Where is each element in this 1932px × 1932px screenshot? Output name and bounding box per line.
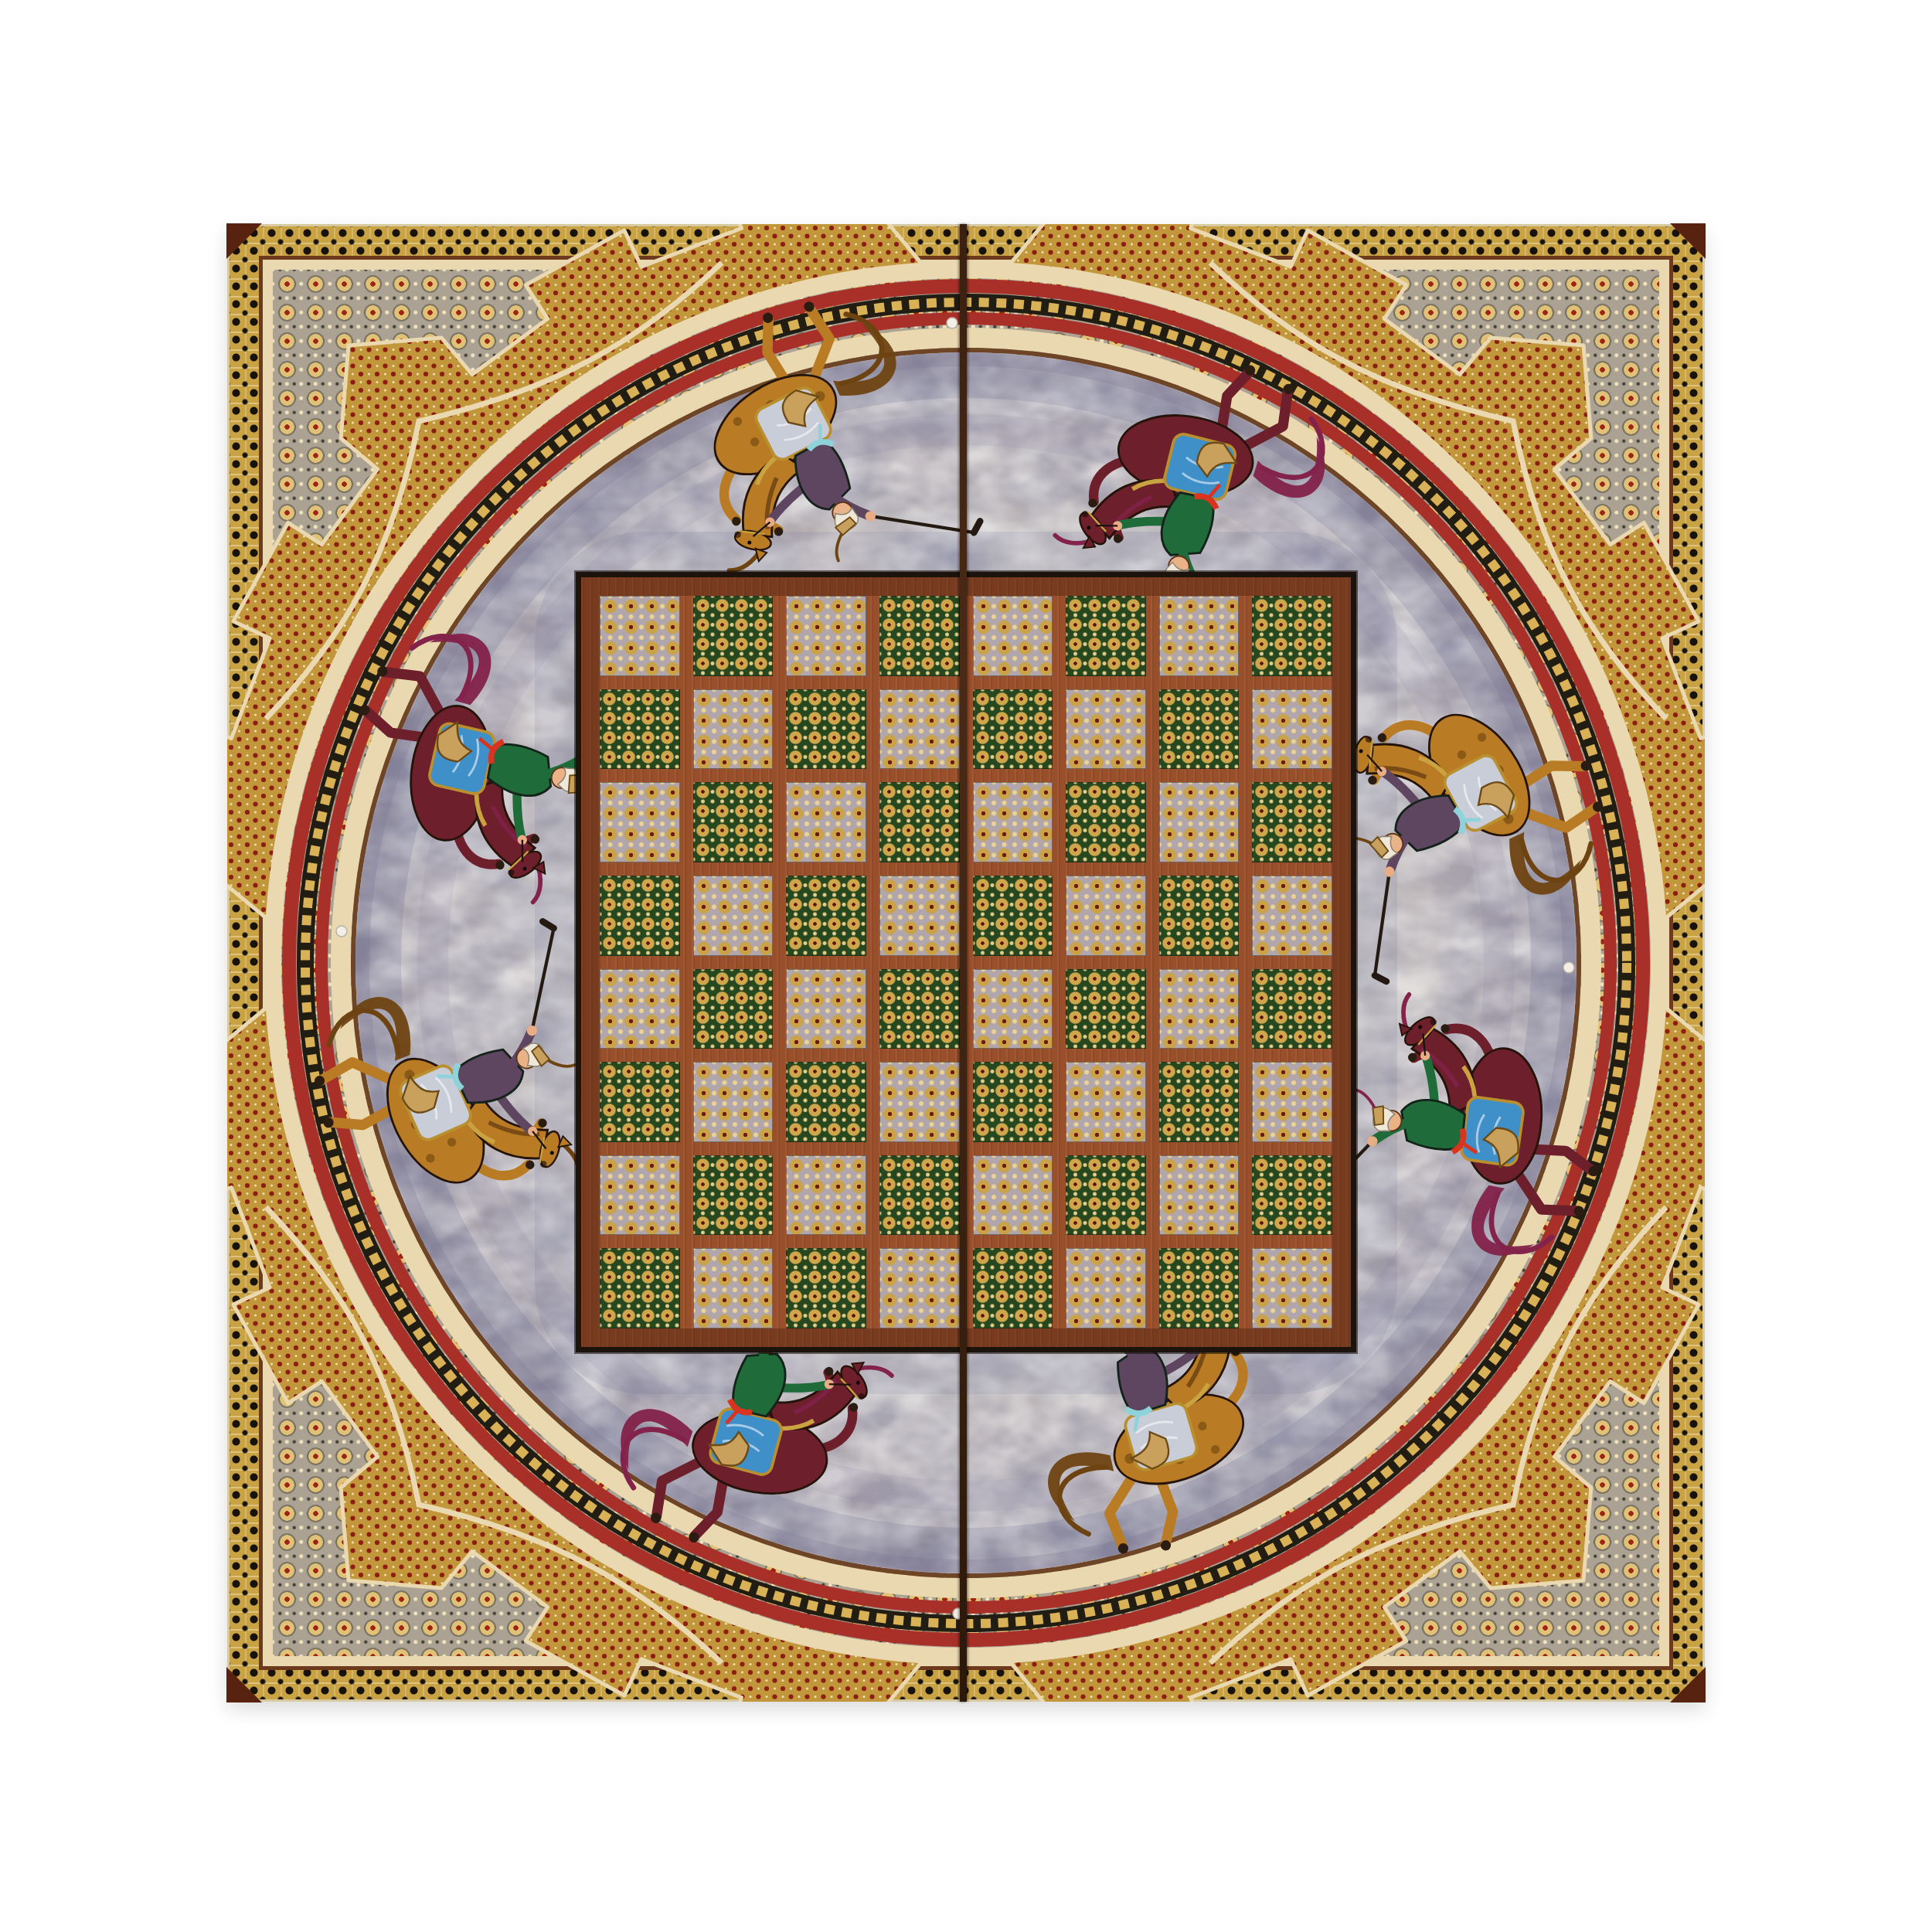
square-g3[interactable] xyxy=(1159,1062,1240,1142)
square-e4[interactable] xyxy=(973,969,1053,1049)
square-c4[interactable] xyxy=(786,969,866,1049)
square-g6[interactable] xyxy=(1159,782,1240,862)
square-g5[interactable] xyxy=(1159,876,1240,956)
square-e6[interactable] xyxy=(973,782,1053,862)
square-e2[interactable] xyxy=(973,1155,1053,1236)
square-f2[interactable] xyxy=(1066,1155,1146,1236)
square-c3[interactable] xyxy=(786,1062,866,1142)
square-f3[interactable] xyxy=(1066,1062,1146,1142)
square-h4[interactable] xyxy=(1252,969,1332,1049)
square-e7[interactable] xyxy=(973,689,1053,770)
square-c6[interactable] xyxy=(786,782,866,862)
square-g7[interactable] xyxy=(1159,689,1240,770)
square-a1[interactable] xyxy=(600,1248,680,1328)
square-f4[interactable] xyxy=(1066,969,1146,1049)
square-e5[interactable] xyxy=(973,876,1053,956)
square-a5[interactable] xyxy=(600,876,680,956)
square-c7[interactable] xyxy=(786,689,866,770)
square-f7[interactable] xyxy=(1066,689,1146,770)
square-b2[interactable] xyxy=(693,1155,774,1236)
square-h6[interactable] xyxy=(1252,782,1332,862)
square-d3[interactable] xyxy=(879,1062,960,1142)
square-c8[interactable] xyxy=(786,596,866,676)
square-g4[interactable] xyxy=(1159,969,1240,1049)
square-a2[interactable] xyxy=(600,1155,680,1236)
fold-seam xyxy=(960,224,967,1702)
square-a8[interactable] xyxy=(600,596,680,676)
square-h2[interactable] xyxy=(1252,1155,1332,1236)
khatam-board-panel xyxy=(227,224,1705,1702)
square-c1[interactable] xyxy=(786,1248,866,1328)
square-g8[interactable] xyxy=(1159,596,1240,676)
square-f8[interactable] xyxy=(1066,596,1146,676)
mother-of-pearl-pin xyxy=(336,926,347,937)
square-c5[interactable] xyxy=(786,876,866,956)
square-b5[interactable] xyxy=(693,876,774,956)
square-d1[interactable] xyxy=(879,1248,960,1328)
mother-of-pearl-pin xyxy=(1563,962,1574,973)
square-c2[interactable] xyxy=(786,1155,866,1236)
square-f1[interactable] xyxy=(1066,1248,1146,1328)
square-e8[interactable] xyxy=(973,596,1053,676)
square-f5[interactable] xyxy=(1066,876,1146,956)
square-a6[interactable] xyxy=(600,782,680,862)
square-b4[interactable] xyxy=(693,969,774,1049)
square-a3[interactable] xyxy=(600,1062,680,1142)
square-b8[interactable] xyxy=(693,596,774,676)
square-g2[interactable] xyxy=(1159,1155,1240,1236)
square-b7[interactable] xyxy=(693,689,774,770)
square-e3[interactable] xyxy=(973,1062,1053,1142)
mother-of-pearl-pin xyxy=(947,318,957,328)
square-h8[interactable] xyxy=(1252,596,1332,676)
square-b3[interactable] xyxy=(693,1062,774,1142)
square-d6[interactable] xyxy=(879,782,960,862)
square-b1[interactable] xyxy=(693,1248,774,1328)
square-h5[interactable] xyxy=(1252,876,1332,956)
square-d7[interactable] xyxy=(879,689,960,770)
square-b6[interactable] xyxy=(693,782,774,862)
square-d5[interactable] xyxy=(879,876,960,956)
square-d8[interactable] xyxy=(879,596,960,676)
square-a4[interactable] xyxy=(600,969,680,1049)
square-h3[interactable] xyxy=(1252,1062,1332,1142)
square-h1[interactable] xyxy=(1252,1248,1332,1328)
square-g1[interactable] xyxy=(1159,1248,1240,1328)
square-d4[interactable] xyxy=(879,969,960,1049)
square-e1[interactable] xyxy=(973,1248,1053,1328)
square-f6[interactable] xyxy=(1066,782,1146,862)
square-h7[interactable] xyxy=(1252,689,1332,770)
square-d2[interactable] xyxy=(879,1155,960,1236)
photo-background xyxy=(0,0,1932,1932)
square-a7[interactable] xyxy=(600,689,680,770)
